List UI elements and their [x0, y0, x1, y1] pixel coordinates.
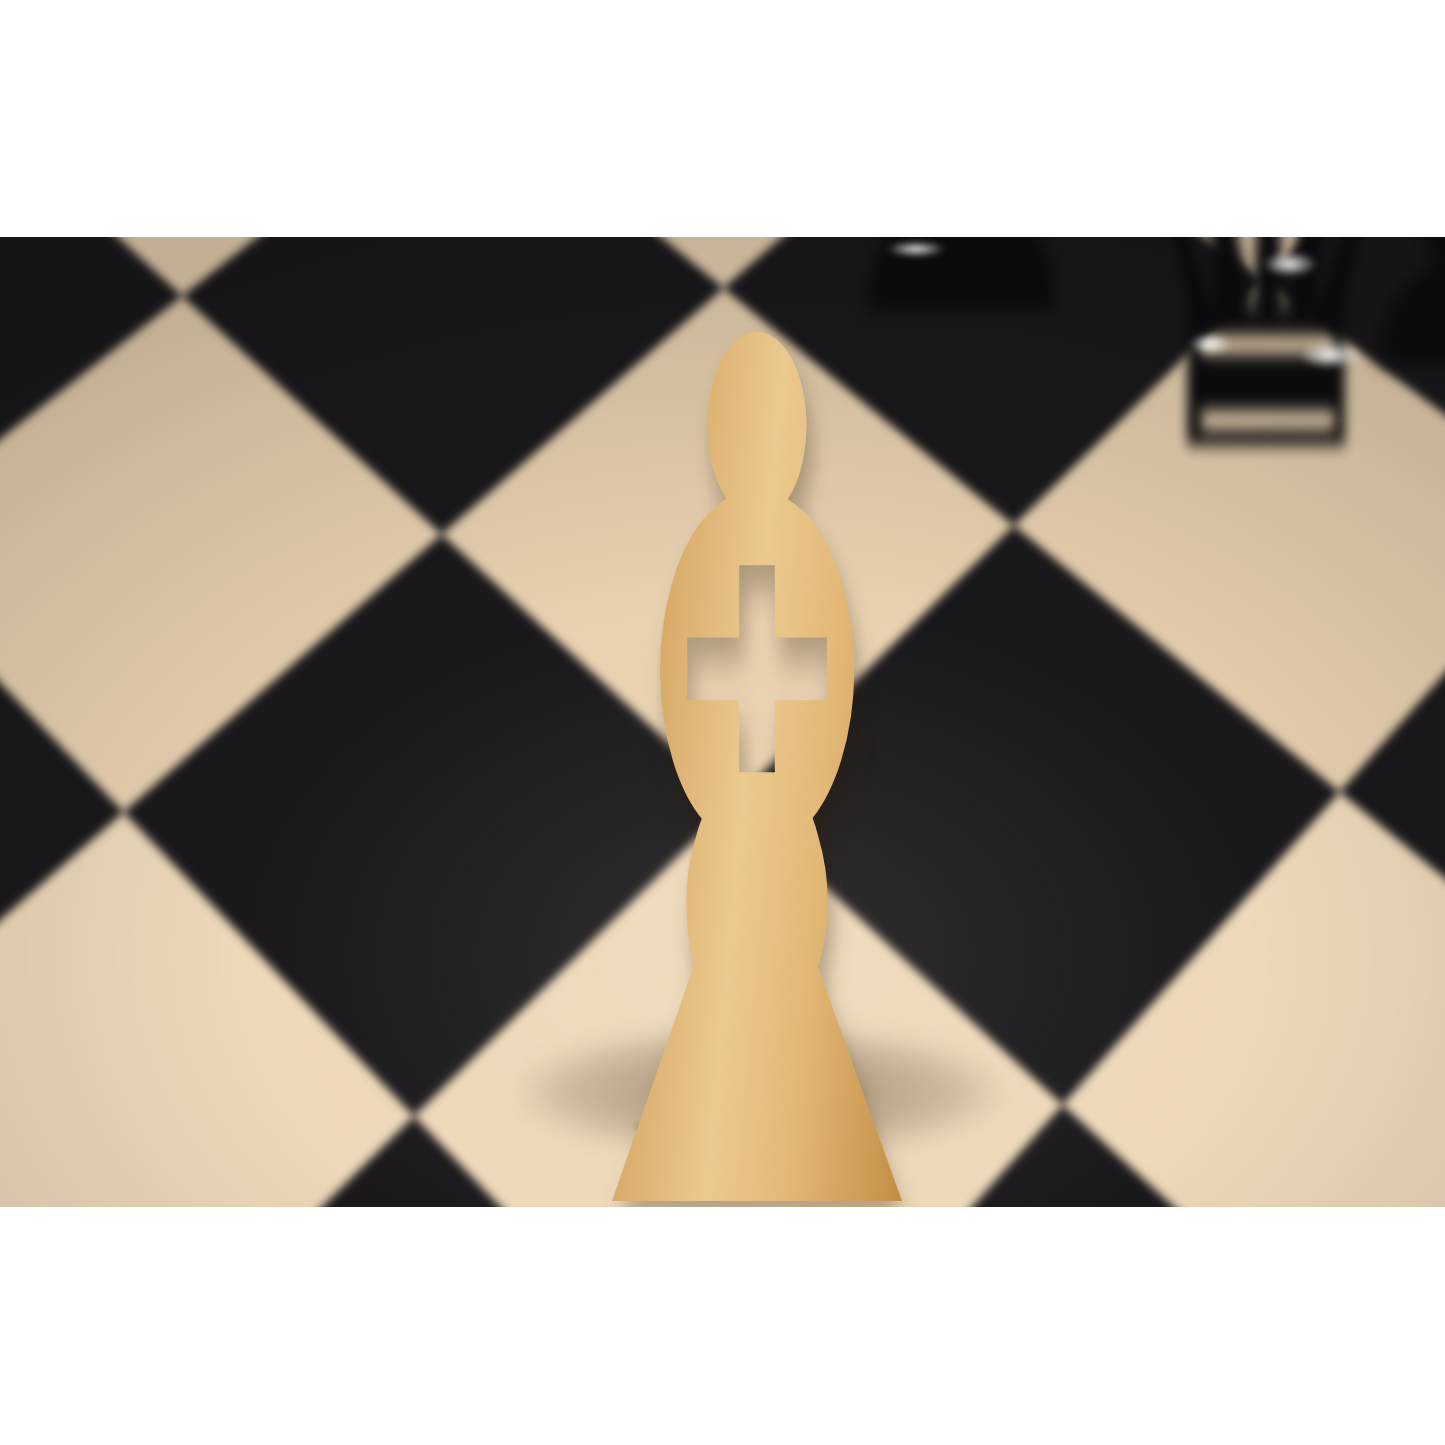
black-piece-right-fragment: ♟	[1336, 237, 1445, 411]
specular-glint	[1262, 251, 1318, 277]
top-letterbox	[0, 0, 1445, 237]
white-bishop-piece: ♝	[480, 237, 1035, 1207]
specular-glint	[1188, 333, 1232, 355]
specular-glint	[1298, 341, 1362, 369]
bottom-letterbox	[0, 1207, 1445, 1445]
product-photo-frame: ♟ ♛ ♟ ♝	[0, 237, 1445, 1207]
